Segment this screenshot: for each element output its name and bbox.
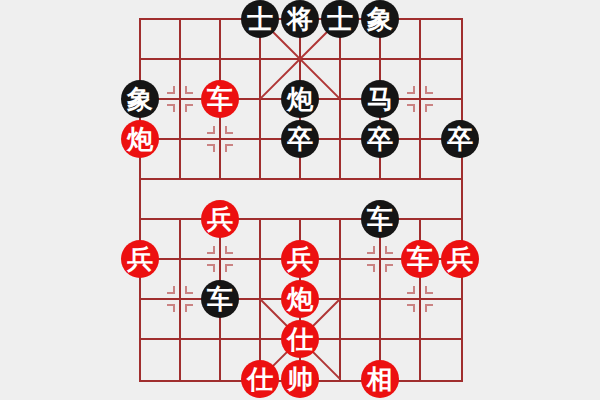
- position-marker: [365, 244, 395, 274]
- piece-black-horse[interactable]: 马: [361, 80, 399, 118]
- piece-black-chariot[interactable]: 车: [361, 200, 399, 238]
- marker-corner: [385, 264, 393, 272]
- piece-red-soldier[interactable]: 兵: [201, 200, 239, 238]
- position-marker: [205, 124, 235, 154]
- marker-corner: [407, 286, 415, 294]
- marker-corner: [367, 246, 375, 254]
- marker-corner: [185, 286, 193, 294]
- marker-corner: [167, 86, 175, 94]
- piece-black-elephant[interactable]: 象: [361, 0, 399, 38]
- marker-corner: [207, 264, 215, 272]
- position-marker: [205, 244, 235, 274]
- board-cell[interactable]: [421, 180, 461, 220]
- piece-black-soldier[interactable]: 卒: [281, 120, 319, 158]
- piece-black-advisor[interactable]: 士: [241, 0, 279, 38]
- piece-red-soldier[interactable]: 兵: [441, 240, 479, 278]
- marker-corner: [185, 304, 193, 312]
- piece-black-elephant[interactable]: 象: [121, 80, 159, 118]
- marker-corner: [167, 286, 175, 294]
- marker-corner: [207, 246, 215, 254]
- piece-red-general[interactable]: 帅: [281, 360, 319, 398]
- marker-corner: [225, 264, 233, 272]
- board-cell[interactable]: [261, 180, 301, 220]
- marker-corner: [425, 104, 433, 112]
- marker-corner: [225, 246, 233, 254]
- board-cell[interactable]: [181, 20, 221, 60]
- marker-corner: [407, 86, 415, 94]
- piece-red-chariot[interactable]: 车: [401, 240, 439, 278]
- piece-black-general[interactable]: 将: [281, 0, 319, 38]
- piece-red-elephant[interactable]: 相: [361, 360, 399, 398]
- board-cell[interactable]: [181, 340, 221, 380]
- marker-corner: [425, 286, 433, 294]
- marker-corner: [425, 86, 433, 94]
- piece-red-cannon[interactable]: 炮: [121, 120, 159, 158]
- marker-corner: [225, 144, 233, 152]
- xiangqi-screenshot: 士将士象象车炮马炮卒卒卒兵车兵兵车兵车炮仕仕帅相: [0, 0, 600, 400]
- piece-black-soldier[interactable]: 卒: [441, 120, 479, 158]
- board-cell[interactable]: [421, 20, 461, 60]
- piece-red-soldier[interactable]: 兵: [281, 240, 319, 278]
- marker-corner: [207, 126, 215, 134]
- marker-corner: [367, 264, 375, 272]
- board-cell[interactable]: [141, 340, 181, 380]
- piece-red-soldier[interactable]: 兵: [121, 240, 159, 278]
- piece-black-advisor[interactable]: 士: [321, 0, 359, 38]
- marker-corner: [167, 304, 175, 312]
- board-cell[interactable]: [141, 20, 181, 60]
- piece-black-chariot[interactable]: 车: [201, 280, 239, 318]
- piece-red-chariot[interactable]: 车: [201, 80, 239, 118]
- marker-corner: [167, 104, 175, 112]
- position-marker: [405, 84, 435, 114]
- marker-corner: [185, 104, 193, 112]
- position-marker: [165, 84, 195, 114]
- marker-corner: [225, 126, 233, 134]
- piece-black-soldier[interactable]: 卒: [361, 120, 399, 158]
- marker-corner: [385, 246, 393, 254]
- marker-corner: [407, 104, 415, 112]
- marker-corner: [207, 144, 215, 152]
- position-marker: [165, 284, 195, 314]
- piece-red-advisor[interactable]: 仕: [281, 320, 319, 358]
- board-cell[interactable]: [421, 340, 461, 380]
- board-cell[interactable]: [341, 300, 381, 340]
- piece-red-advisor[interactable]: 仕: [241, 360, 279, 398]
- board-cell[interactable]: [301, 180, 341, 220]
- marker-corner: [425, 304, 433, 312]
- piece-black-cannon[interactable]: 炮: [281, 80, 319, 118]
- marker-corner: [407, 304, 415, 312]
- board-cell[interactable]: [141, 180, 181, 220]
- marker-corner: [185, 86, 193, 94]
- piece-red-cannon[interactable]: 炮: [281, 280, 319, 318]
- position-marker: [405, 284, 435, 314]
